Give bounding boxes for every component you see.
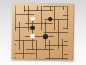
black-stone: ●	[30, 26, 34, 30]
stones-layer: ○●●○●	[13, 4, 70, 61]
white-stone: ○	[31, 17, 35, 21]
white-stone: ○	[30, 34, 34, 38]
photo-background: ○●●○●	[0, 0, 86, 65]
black-stone: ●	[43, 34, 47, 38]
go-board[interactable]: ○●●○●	[12, 2, 75, 60]
black-stone: ●	[48, 17, 52, 21]
